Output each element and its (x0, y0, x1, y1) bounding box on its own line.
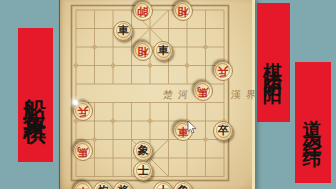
banner-right-top-title: 棋法阴阳 (257, 3, 290, 122)
piece-character: 兵 (218, 62, 229, 80)
piece-red-horse[interactable]: 馬 (73, 141, 93, 161)
piece-black-chariot[interactable]: 車 (153, 41, 173, 61)
piece-character: 象 (178, 182, 189, 189)
piece-black-cannon[interactable]: 炮 (93, 181, 113, 189)
piece-black-advisor[interactable]: 士 (133, 161, 153, 181)
piece-character: 炮 (98, 182, 109, 189)
video-thumbnail: 楚河 漢界 帥相相兵馬兵車馬車車車卒象士炮将士象 船长象棋 棋法阴阳 道为经纬 (0, 0, 336, 189)
piece-black-elephant[interactable]: 象 (133, 141, 153, 161)
piece-black-chariot[interactable]: 車 (113, 21, 133, 41)
highlight-dot (73, 100, 78, 105)
piece-red-horse[interactable]: 馬 (193, 81, 213, 101)
piece-character: 馬 (78, 142, 89, 160)
piece-character: 士 (158, 182, 169, 189)
piece-character: 相 (138, 42, 149, 60)
banner-right-bottom-title: 道为经纬 (295, 62, 331, 183)
piece-character: 馬 (198, 82, 209, 100)
piece-red-chariot[interactable]: 車 (73, 181, 93, 189)
piece-black-king[interactable]: 将 (113, 181, 133, 189)
piece-red-elephant[interactable]: 相 (173, 1, 193, 21)
piece-character: 卒 (218, 122, 229, 140)
piece-character: 帥 (138, 2, 149, 20)
banner-left-title: 船长象棋 (18, 28, 53, 162)
piece-character: 相 (178, 2, 189, 20)
piece-red-king[interactable]: 帥 (133, 1, 153, 21)
piece-character: 将 (118, 182, 129, 189)
piece-red-pawn[interactable]: 兵 (213, 61, 233, 81)
mouse-cursor-icon[interactable] (187, 121, 199, 135)
piece-character: 士 (138, 162, 149, 180)
piece-character: 車 (78, 182, 89, 189)
piece-black-elephant[interactable]: 象 (173, 181, 193, 189)
pieces-layer: 帥相相兵馬兵車馬車車車卒象士炮将士象 (67, 1, 234, 186)
piece-character: 象 (138, 142, 149, 160)
piece-black-advisor[interactable]: 士 (153, 181, 173, 189)
piece-black-pawn[interactable]: 卒 (213, 121, 233, 141)
piece-character: 車 (118, 22, 129, 40)
piece-character: 兵 (78, 102, 89, 120)
piece-red-elephant[interactable]: 相 (133, 41, 153, 61)
piece-character: 車 (158, 42, 169, 60)
